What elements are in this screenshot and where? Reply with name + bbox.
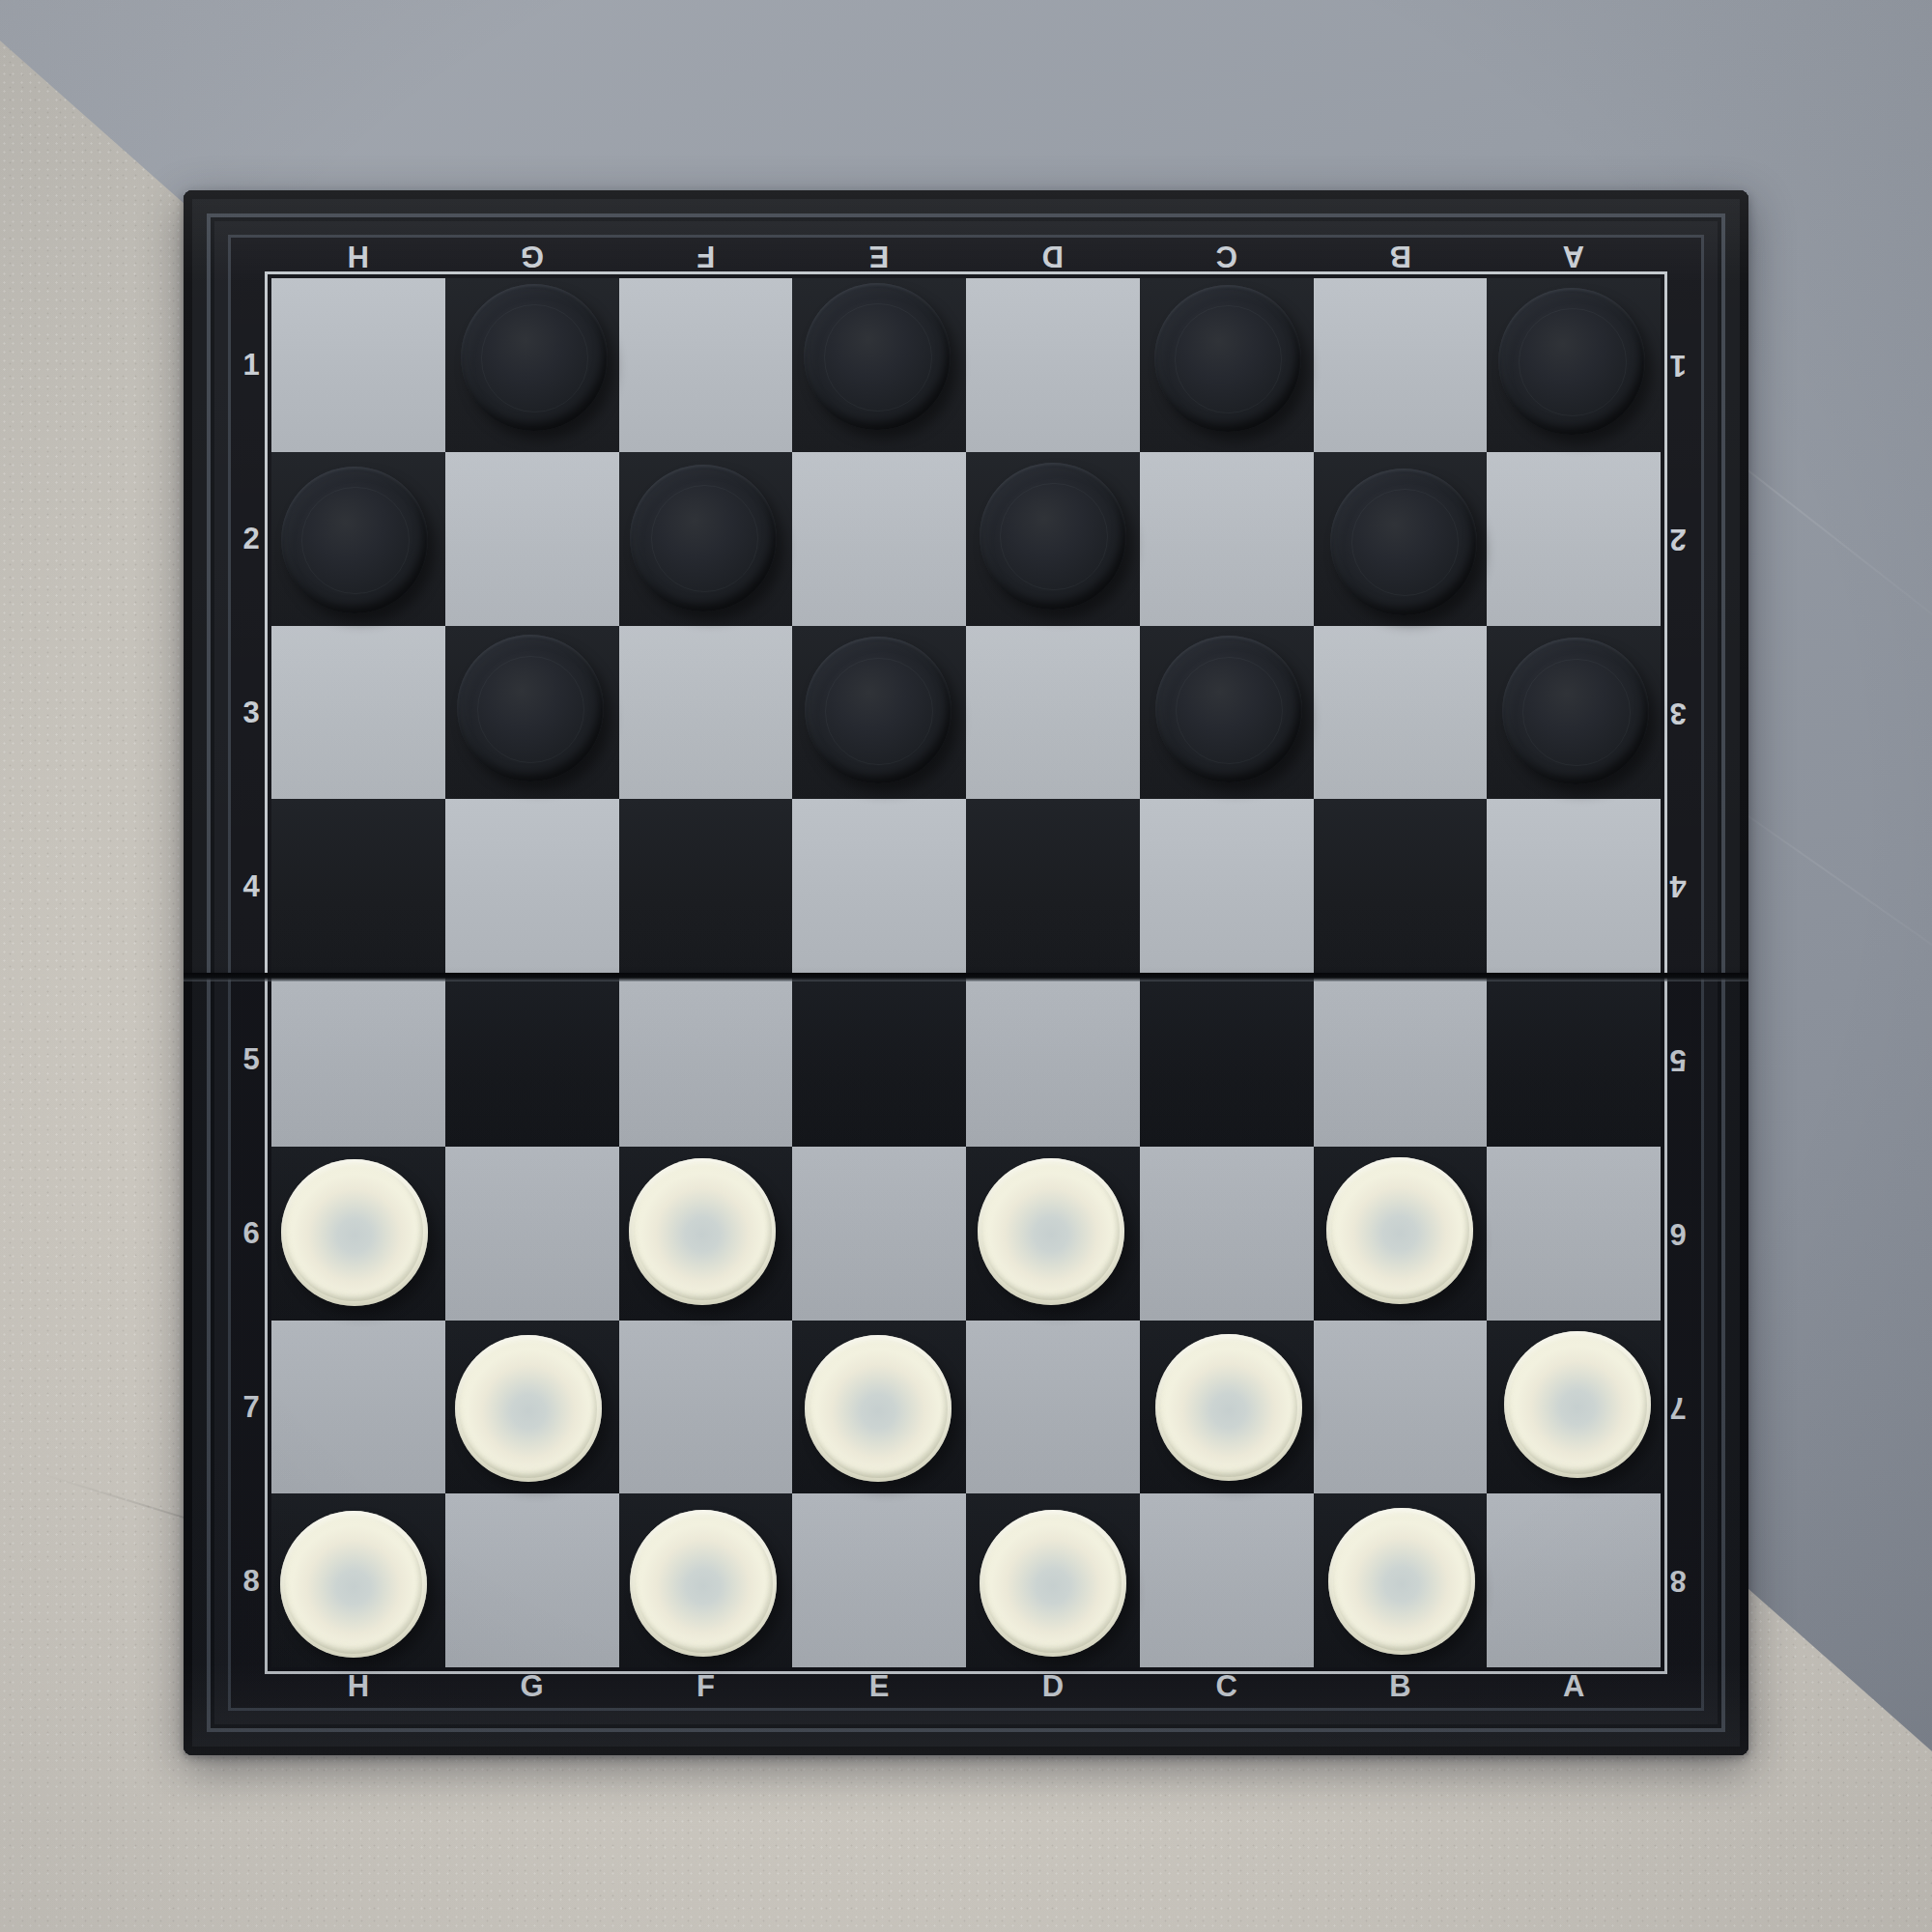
black-checker-D2[interactable] xyxy=(980,463,1126,610)
white-checker-F6[interactable] xyxy=(629,1158,776,1305)
scene: HGFEDCBA HGFEDCBA 12345678 12345678 xyxy=(0,0,1932,1932)
black-checker-B2[interactable] xyxy=(1330,469,1477,615)
white-checker-A7[interactable] xyxy=(1504,1331,1651,1478)
black-checker-A3[interactable] xyxy=(1502,638,1649,784)
black-checker-G1[interactable] xyxy=(461,284,608,431)
photo-vignette xyxy=(0,0,1932,1932)
white-checker-H8[interactable] xyxy=(280,1511,427,1658)
black-checker-A1[interactable] xyxy=(1498,288,1645,435)
fold-seam xyxy=(184,973,1748,981)
black-checker-H2[interactable] xyxy=(281,467,428,613)
white-checker-B8[interactable] xyxy=(1328,1508,1475,1655)
white-checker-F8[interactable] xyxy=(630,1510,777,1657)
black-checker-F2[interactable] xyxy=(630,465,777,611)
white-checker-D6[interactable] xyxy=(978,1158,1124,1305)
white-checker-G7[interactable] xyxy=(455,1335,602,1482)
white-checker-E7[interactable] xyxy=(805,1335,952,1482)
black-checker-E1[interactable] xyxy=(804,283,951,430)
white-checker-B6[interactable] xyxy=(1326,1157,1473,1304)
black-checker-C3[interactable] xyxy=(1155,636,1302,782)
black-checker-E3[interactable] xyxy=(805,637,952,783)
black-checker-C1[interactable] xyxy=(1154,285,1301,432)
white-checker-H6[interactable] xyxy=(281,1159,428,1306)
white-checker-D8[interactable] xyxy=(980,1510,1126,1657)
white-checker-C7[interactable] xyxy=(1155,1334,1302,1481)
black-checker-G3[interactable] xyxy=(457,635,604,781)
